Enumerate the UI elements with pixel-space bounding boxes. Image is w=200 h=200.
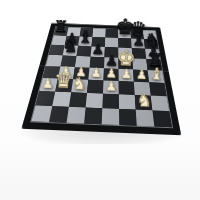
chess-board: ♜♚♛♟♝♟♞♞♟♟♟♚♜♟♟♟♟♟♟♝♟♛♞♟♞ xyxy=(21,23,181,136)
square-b3: ♛ xyxy=(55,79,73,93)
white-pawn: ♟ xyxy=(136,68,148,81)
black-pawn: ♟ xyxy=(91,42,104,56)
white-pawn: ♟ xyxy=(121,68,133,81)
square-h2 xyxy=(151,96,169,111)
square-f2 xyxy=(119,94,136,109)
square-e7 xyxy=(105,38,118,48)
square-f3 xyxy=(119,81,135,95)
white-knight: ♞ xyxy=(136,91,153,109)
square-g4: ♟ xyxy=(133,70,149,83)
square-g2: ♞ xyxy=(135,95,153,110)
board-rotation-wrapper: ♜♚♛♟♝♟♞♞♟♟♟♚♜♟♟♟♟♟♟♝♟♛♞♟♞ xyxy=(0,0,200,200)
board-grid: ♜♚♛♟♝♟♞♞♟♟♟♚♜♟♟♟♟♟♟♝♟♛♞♟♞ xyxy=(31,27,172,128)
square-c2 xyxy=(69,92,87,107)
square-c6 xyxy=(77,46,92,57)
square-h4: ♝ xyxy=(148,70,165,83)
white-pawn: ♟ xyxy=(90,67,102,80)
white-pawn: ♟ xyxy=(105,80,117,94)
white-knight: ♞ xyxy=(72,75,88,92)
square-f4: ♟ xyxy=(119,69,134,82)
board-perspective-wrapper: ♜♚♛♟♝♟♞♞♟♟♟♚♜♟♟♟♟♟♟♝♟♛♞♟♞ xyxy=(21,0,188,135)
square-d3 xyxy=(87,80,103,94)
square-d4: ♟ xyxy=(88,68,104,81)
square-c3: ♞ xyxy=(71,79,88,93)
square-c7: ♝ xyxy=(78,36,92,46)
square-e2 xyxy=(102,94,119,109)
square-d2 xyxy=(86,93,103,108)
square-e3: ♟ xyxy=(103,80,119,94)
square-d6: ♟ xyxy=(91,46,105,57)
black-knight: ♞ xyxy=(62,37,79,55)
square-b2 xyxy=(52,92,71,107)
white-queen: ♛ xyxy=(54,70,74,92)
white-pawn: ♟ xyxy=(41,77,53,91)
product-photo-scene: ♜♚♛♟♝♟♞♞♟♟♟♚♜♟♟♟♟♟♟♝♟♛♞♟♞ xyxy=(0,0,200,200)
square-b6: ♞ xyxy=(63,45,78,56)
white-bishop: ♝ xyxy=(149,66,164,83)
